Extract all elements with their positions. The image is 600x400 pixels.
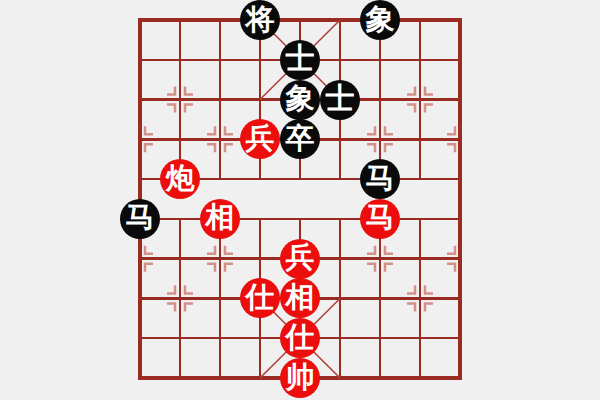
point-marker <box>407 303 415 311</box>
piece-black-horse[interactable]: 马 <box>120 199 160 239</box>
point-marker <box>145 126 153 134</box>
point-marker <box>167 303 175 311</box>
point-marker <box>145 264 153 272</box>
piece-label: 象 <box>286 84 315 113</box>
piece-black-soldier[interactable]: 卒 <box>280 119 320 159</box>
point-marker <box>207 264 215 272</box>
piece-red-horse[interactable]: 马 <box>360 199 400 239</box>
piece-red-soldier[interactable]: 兵 <box>240 119 280 159</box>
point-marker <box>167 87 175 95</box>
point-marker <box>367 246 375 254</box>
point-marker <box>225 144 233 152</box>
screenshot-root: { "game": "xiangqi", "position": { "fen"… <box>0 0 600 400</box>
point-marker <box>407 87 415 95</box>
piece-red-cannon[interactable]: 炮 <box>160 159 200 199</box>
piece-black-elephant[interactable]: 象 <box>280 80 320 120</box>
point-marker <box>225 126 233 134</box>
point-marker <box>447 144 455 152</box>
point-marker <box>207 144 215 152</box>
piece-label: 马 <box>366 203 395 232</box>
piece-black-elephant[interactable]: 象 <box>360 0 400 40</box>
piece-red-soldier[interactable]: 兵 <box>280 239 320 279</box>
xiangqi-board: 将象士象士兵卒炮马马相马兵仕相仕帅 <box>140 20 460 378</box>
point-marker <box>207 246 215 254</box>
point-marker <box>145 246 153 254</box>
piece-label: 士 <box>286 44 315 73</box>
point-marker <box>385 144 393 152</box>
point-marker <box>185 87 193 95</box>
piece-label: 兵 <box>246 124 275 153</box>
point-marker <box>407 105 415 113</box>
point-marker <box>225 246 233 254</box>
point-marker <box>367 144 375 152</box>
piece-label: 卒 <box>286 124 315 153</box>
point-marker <box>385 126 393 134</box>
piece-black-advisor[interactable]: 士 <box>320 80 360 120</box>
piece-label: 兵 <box>286 243 315 272</box>
piece-red-elephant[interactable]: 相 <box>280 278 320 318</box>
piece-red-advisor[interactable]: 仕 <box>280 318 320 358</box>
point-marker <box>367 264 375 272</box>
piece-black-advisor[interactable]: 士 <box>280 40 320 80</box>
piece-label: 马 <box>126 203 155 232</box>
point-marker <box>167 105 175 113</box>
piece-label: 帅 <box>286 363 315 392</box>
point-marker <box>167 285 175 293</box>
point-marker <box>425 87 433 95</box>
point-marker <box>385 246 393 254</box>
point-marker <box>447 126 455 134</box>
point-marker <box>225 264 233 272</box>
point-marker <box>145 144 153 152</box>
point-marker <box>385 264 393 272</box>
point-marker <box>185 105 193 113</box>
piece-black-general[interactable]: 将 <box>240 0 280 40</box>
piece-label: 仕 <box>286 323 315 352</box>
point-marker <box>425 285 433 293</box>
point-marker <box>425 105 433 113</box>
piece-label: 炮 <box>166 164 195 193</box>
piece-label: 仕 <box>246 283 275 312</box>
point-marker <box>185 303 193 311</box>
piece-black-horse[interactable]: 马 <box>360 159 400 199</box>
point-marker <box>447 264 455 272</box>
piece-red-elephant[interactable]: 相 <box>200 199 240 239</box>
point-marker <box>407 285 415 293</box>
piece-label: 马 <box>366 164 395 193</box>
piece-red-advisor[interactable]: 仕 <box>240 278 280 318</box>
point-marker <box>447 246 455 254</box>
point-marker <box>425 303 433 311</box>
stage: 将象士象士兵卒炮马马相马兵仕相仕帅 <box>0 0 600 400</box>
piece-label: 将 <box>246 5 275 34</box>
piece-red-general[interactable]: 帅 <box>280 358 320 398</box>
piece-label: 象 <box>366 5 395 34</box>
point-marker <box>207 126 215 134</box>
piece-label: 士 <box>326 84 355 113</box>
piece-label: 相 <box>206 203 235 232</box>
point-marker <box>367 126 375 134</box>
point-marker <box>185 285 193 293</box>
piece-label: 相 <box>286 283 315 312</box>
